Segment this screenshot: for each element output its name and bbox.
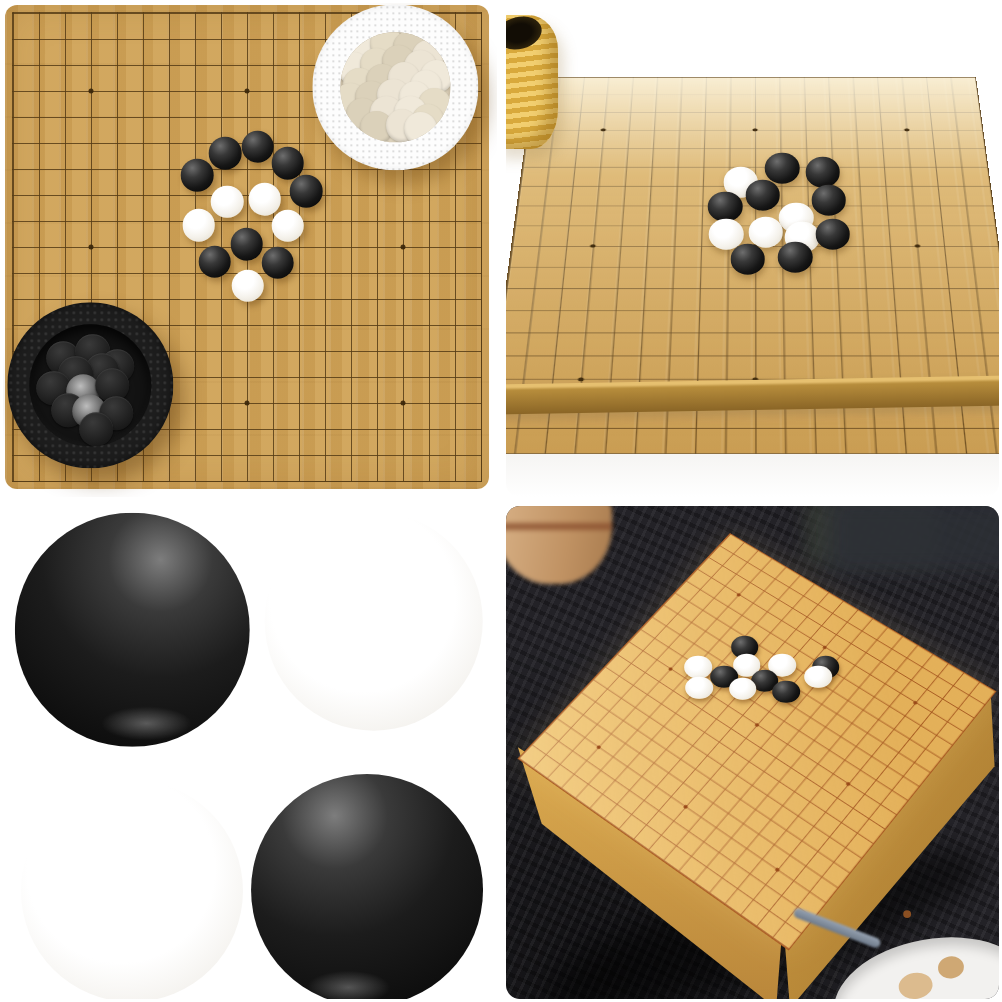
black-go-stone xyxy=(806,157,841,188)
white-go-stone-closeup xyxy=(21,780,243,999)
white-go-stone-closeup xyxy=(264,512,483,731)
black-stone-in-bowl xyxy=(79,412,113,446)
black-go-stone xyxy=(765,153,800,184)
black-go-stone xyxy=(198,245,231,278)
white-go-stone xyxy=(729,677,757,700)
white-stone-in-bowl xyxy=(404,112,437,141)
black-go-stone xyxy=(231,228,264,261)
black-go-stone xyxy=(241,130,274,163)
black-go-stone xyxy=(181,159,214,192)
plate-item xyxy=(897,970,935,999)
panel-top-right-angled-board xyxy=(506,3,1000,497)
black-go-stone xyxy=(209,137,242,170)
br-stones-layer xyxy=(506,506,1000,1000)
black-go-stone-closeup xyxy=(15,513,249,747)
white-go-stone xyxy=(231,269,264,302)
black-go-stone xyxy=(772,680,800,703)
black-go-stone xyxy=(731,244,766,275)
black-go-stone xyxy=(271,147,304,180)
plate-item xyxy=(936,955,965,981)
panel-bottom-left-stone-closeup xyxy=(3,506,497,1000)
go-set-product-photo-collage xyxy=(0,0,1002,1002)
white-go-stone xyxy=(804,665,832,688)
bl-stones-layer xyxy=(3,506,497,1000)
white-stone-bowl xyxy=(313,5,478,170)
black-go-stone xyxy=(262,246,295,279)
tr-stones-layer xyxy=(506,3,1000,497)
white-go-stone xyxy=(748,217,783,248)
black-go-stone xyxy=(708,192,743,223)
white-go-stone xyxy=(248,183,281,216)
white-go-stone xyxy=(211,186,244,219)
white-go-stone xyxy=(686,676,714,699)
white-go-stone xyxy=(183,209,216,242)
black-go-stone xyxy=(811,185,846,216)
white-bowl-stones xyxy=(341,33,450,142)
black-go-stone xyxy=(290,175,323,208)
white-go-stone xyxy=(685,656,713,679)
black-go-stone xyxy=(815,219,850,250)
panel-bottom-right-goban xyxy=(506,506,1000,1000)
black-stone-bowl xyxy=(8,303,173,468)
black-go-stone xyxy=(745,180,780,211)
black-go-stone-closeup xyxy=(251,774,483,999)
white-go-stone xyxy=(271,209,304,242)
black-bowl-stones xyxy=(29,324,151,446)
black-go-stone xyxy=(778,242,813,273)
panel-top-left-overhead-board xyxy=(3,3,497,497)
